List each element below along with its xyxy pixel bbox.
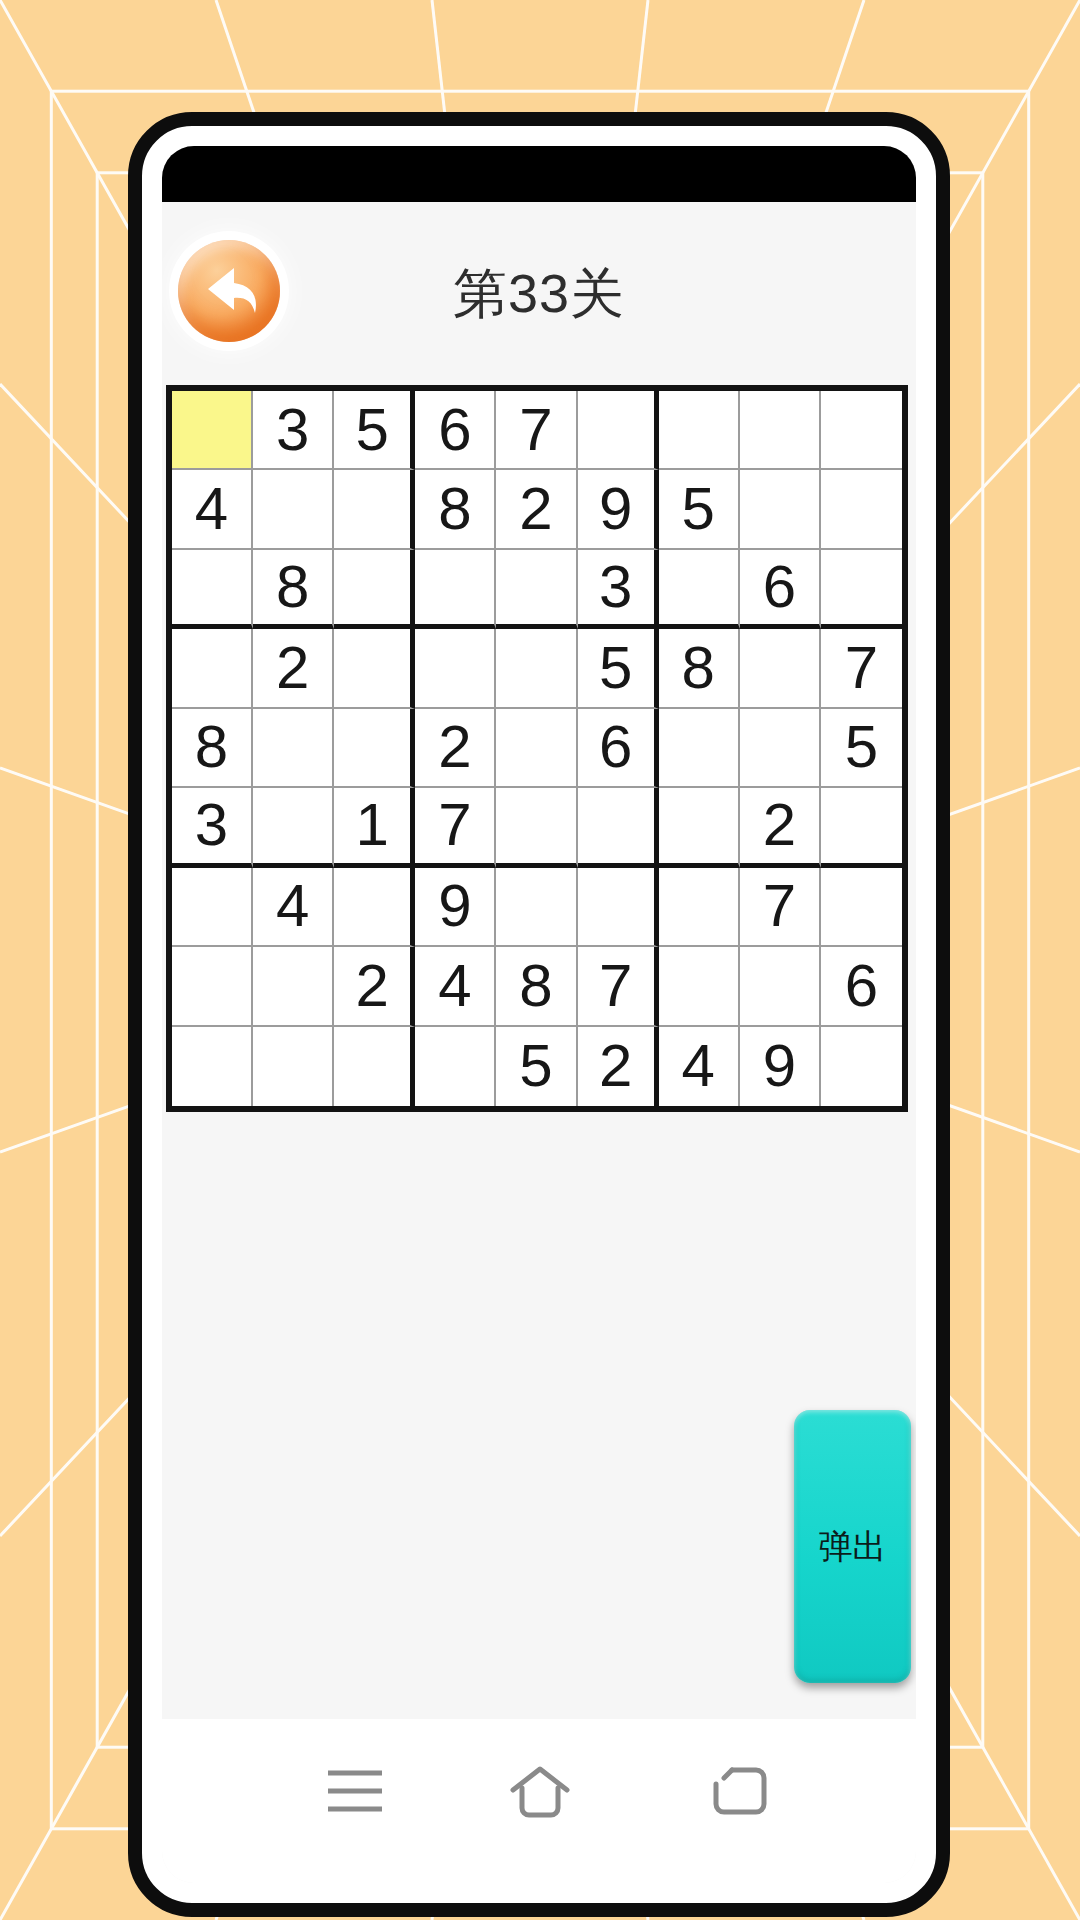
sudoku-cell[interactable] bbox=[740, 391, 821, 470]
sudoku-cell[interactable] bbox=[740, 947, 821, 1026]
sudoku-cell[interactable] bbox=[172, 629, 253, 708]
sudoku-cell[interactable] bbox=[496, 550, 577, 629]
sudoku-cell[interactable] bbox=[415, 550, 496, 629]
sudoku-cell[interactable] bbox=[821, 868, 902, 947]
sudoku-cell[interactable]: 8 bbox=[659, 629, 740, 708]
sudoku-cell[interactable]: 4 bbox=[253, 868, 334, 947]
sudoku-cell[interactable]: 2 bbox=[334, 947, 415, 1026]
back-button[interactable] bbox=[178, 240, 280, 342]
status-bar bbox=[162, 146, 916, 202]
nav-back-button[interactable] bbox=[702, 1759, 778, 1823]
nav-menu-button[interactable] bbox=[317, 1759, 393, 1823]
sudoku-cell[interactable] bbox=[334, 470, 415, 549]
nav-bar bbox=[162, 1719, 916, 1883]
sudoku-cell[interactable]: 2 bbox=[415, 709, 496, 788]
sudoku-cell[interactable] bbox=[821, 1027, 902, 1106]
sudoku-cell[interactable] bbox=[821, 391, 902, 470]
sudoku-cell[interactable] bbox=[253, 947, 334, 1026]
sudoku-cell[interactable]: 7 bbox=[415, 788, 496, 867]
sudoku-cell[interactable] bbox=[172, 550, 253, 629]
sudoku-cell[interactable]: 4 bbox=[172, 470, 253, 549]
sudoku-cell[interactable]: 9 bbox=[415, 868, 496, 947]
sudoku-cell[interactable] bbox=[172, 947, 253, 1026]
sudoku-cell[interactable]: 9 bbox=[740, 1027, 821, 1106]
sudoku-cell[interactable] bbox=[496, 788, 577, 867]
sudoku-cell[interactable] bbox=[334, 1027, 415, 1106]
sudoku-cell[interactable] bbox=[659, 947, 740, 1026]
sudoku-cell[interactable]: 5 bbox=[334, 391, 415, 470]
sudoku-cell[interactable] bbox=[659, 391, 740, 470]
sudoku-cell[interactable]: 6 bbox=[415, 391, 496, 470]
back-nav-icon bbox=[707, 1762, 773, 1820]
sudoku-cell[interactable] bbox=[496, 709, 577, 788]
sudoku-cell[interactable] bbox=[415, 629, 496, 708]
sudoku-cell[interactable] bbox=[496, 868, 577, 947]
sudoku-grid: 356748295836258782653172497248765249 bbox=[166, 385, 908, 1112]
sudoku-cell[interactable]: 2 bbox=[578, 1027, 659, 1106]
sudoku-cell[interactable]: 8 bbox=[415, 470, 496, 549]
sudoku-cell[interactable] bbox=[334, 868, 415, 947]
sudoku-cell[interactable] bbox=[659, 550, 740, 629]
popup-button[interactable]: 弹出 bbox=[794, 1410, 911, 1683]
sudoku-cell[interactable] bbox=[334, 629, 415, 708]
sudoku-cell[interactable] bbox=[740, 629, 821, 708]
sudoku-cell[interactable] bbox=[821, 550, 902, 629]
sudoku-cell[interactable]: 6 bbox=[821, 947, 902, 1026]
sudoku-cell[interactable]: 5 bbox=[496, 1027, 577, 1106]
sudoku-cell[interactable]: 6 bbox=[740, 550, 821, 629]
sudoku-cell[interactable]: 7 bbox=[740, 868, 821, 947]
sudoku-cell[interactable] bbox=[578, 788, 659, 867]
sudoku-cell[interactable] bbox=[172, 868, 253, 947]
sudoku-cell[interactable]: 5 bbox=[659, 470, 740, 549]
sudoku-cell[interactable] bbox=[578, 391, 659, 470]
sudoku-cell[interactable] bbox=[415, 1027, 496, 1106]
app-header: 第33关 bbox=[162, 202, 916, 386]
sudoku-cell[interactable] bbox=[578, 868, 659, 947]
sudoku-cell[interactable] bbox=[659, 788, 740, 867]
sudoku-cell[interactable] bbox=[740, 470, 821, 549]
sudoku-cell[interactable] bbox=[659, 868, 740, 947]
sudoku-cell[interactable]: 5 bbox=[578, 629, 659, 708]
sudoku-cell[interactable]: 7 bbox=[578, 947, 659, 1026]
sudoku-cell[interactable] bbox=[334, 709, 415, 788]
sudoku-cell[interactable]: 7 bbox=[821, 629, 902, 708]
sudoku-cell[interactable] bbox=[334, 550, 415, 629]
sudoku-cell[interactable]: 2 bbox=[253, 629, 334, 708]
sudoku-cell[interactable]: 3 bbox=[253, 391, 334, 470]
sudoku-cell[interactable] bbox=[496, 629, 577, 708]
home-icon bbox=[504, 1760, 576, 1822]
sudoku-cell[interactable]: 4 bbox=[659, 1027, 740, 1106]
back-arrow-icon bbox=[198, 262, 260, 320]
sudoku-cell[interactable]: 6 bbox=[578, 709, 659, 788]
nav-home-button[interactable] bbox=[502, 1759, 578, 1823]
sudoku-cell[interactable]: 3 bbox=[578, 550, 659, 629]
sudoku-cell[interactable] bbox=[821, 470, 902, 549]
sudoku-cell[interactable] bbox=[740, 709, 821, 788]
sudoku-cell[interactable]: 8 bbox=[172, 709, 253, 788]
sudoku-cell[interactable]: 1 bbox=[334, 788, 415, 867]
sudoku-cell[interactable]: 5 bbox=[821, 709, 902, 788]
sudoku-cell[interactable] bbox=[253, 709, 334, 788]
sudoku-cell[interactable] bbox=[253, 1027, 334, 1106]
sudoku-cell[interactable] bbox=[253, 788, 334, 867]
sudoku-cell[interactable]: 8 bbox=[253, 550, 334, 629]
sudoku-cell[interactable] bbox=[172, 1027, 253, 1106]
sudoku-cell[interactable]: 9 bbox=[578, 470, 659, 549]
sudoku-cell[interactable] bbox=[172, 391, 253, 470]
phone-frame: 第33关 35674829583625878265317249724876524… bbox=[128, 112, 950, 1917]
phone-screen: 第33关 35674829583625878265317249724876524… bbox=[162, 146, 916, 1883]
sudoku-cell[interactable]: 2 bbox=[740, 788, 821, 867]
sudoku-cell[interactable]: 7 bbox=[496, 391, 577, 470]
sudoku-cell[interactable] bbox=[659, 709, 740, 788]
sudoku-cell[interactable]: 2 bbox=[496, 470, 577, 549]
sudoku-cell[interactable] bbox=[253, 470, 334, 549]
sudoku-cell[interactable]: 4 bbox=[415, 947, 496, 1026]
sudoku-cell[interactable]: 8 bbox=[496, 947, 577, 1026]
menu-icon bbox=[322, 1762, 388, 1820]
sudoku-cell[interactable]: 3 bbox=[172, 788, 253, 867]
sudoku-cell[interactable] bbox=[821, 788, 902, 867]
